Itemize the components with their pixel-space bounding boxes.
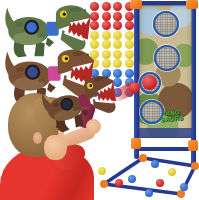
base-corner-back-right (191, 162, 199, 170)
ammo-ball-red (125, 21, 134, 30)
ammo-ball-yellow (113, 31, 122, 40)
ammo-ball-yellow (102, 50, 111, 59)
ammo-ball-red (102, 12, 111, 21)
boy-hand-on-grip (86, 119, 101, 134)
stand-corner-connector-top-right (186, 0, 198, 9)
ammo-ball-yellow (125, 31, 134, 40)
boy-ear (33, 132, 42, 144)
stand-floor-base-frame (93, 140, 199, 200)
base-corner-front-left (100, 180, 108, 188)
ammo-ball-red (113, 12, 122, 21)
dinosaur-print-target-banner: DINO SAURS (139, 5, 192, 138)
fired-red-ball (129, 82, 140, 93)
ammo-ball-yellow (113, 40, 122, 49)
ammo-ball-yellow (125, 59, 134, 68)
target-hole-3 (139, 72, 161, 94)
ammo-ball-red (113, 21, 122, 30)
ammo-ball-yellow (102, 40, 111, 49)
ammo-ball-blue (125, 69, 134, 78)
ammo-ball-yellow (125, 40, 134, 49)
target-hole-1 (153, 11, 179, 37)
base-corner-front-right (177, 190, 185, 198)
boy-hands-clasped (44, 135, 67, 160)
base-corner-back-left (139, 154, 147, 162)
ammo-ball-yellow (113, 59, 122, 68)
stand-corner-connector-top-left (130, 0, 142, 9)
scene: DINO SAURS (0, 0, 199, 200)
ammo-ball-red (125, 12, 134, 21)
dino-saurs-logo: DINO SAURS (155, 109, 190, 124)
ammo-ball-red (102, 2, 111, 11)
target-hole-2 (154, 45, 180, 71)
ammo-ball-yellow (102, 59, 111, 68)
ammo-ball-red (113, 2, 122, 11)
ammo-ball-red (102, 21, 111, 30)
ammo-ball-yellow (102, 31, 111, 40)
banner-bottom-strip (139, 128, 192, 138)
ammo-ball-yellow (113, 50, 122, 59)
ammo-ball-yellow (125, 50, 134, 59)
hole-captured-red-ball (142, 75, 157, 90)
